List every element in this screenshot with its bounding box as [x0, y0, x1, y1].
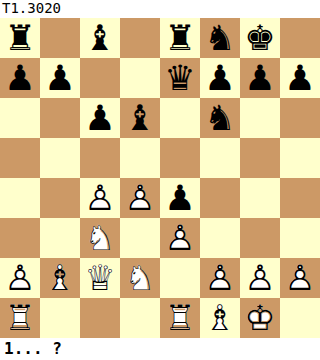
piece-black-pawn-icon: ♟	[240, 58, 280, 98]
square-h7[interactable]: ♟	[280, 58, 320, 98]
square-a2[interactable]: ♟♙	[0, 258, 40, 298]
piece-black-pawn-icon: ♟	[200, 58, 240, 98]
square-e6[interactable]	[160, 98, 200, 138]
piece-white-pawn-icon: ♟♙	[120, 178, 160, 218]
piece-black-pawn-icon: ♟	[40, 58, 80, 98]
square-g8[interactable]: ♚	[240, 18, 280, 58]
square-c5[interactable]	[80, 138, 120, 178]
piece-white-rook-icon: ♜♖	[160, 298, 200, 338]
piece-black-king-icon: ♚	[240, 18, 280, 58]
square-g3[interactable]	[240, 218, 280, 258]
square-f1[interactable]: ♝♗	[200, 298, 240, 338]
piece-white-pawn-icon: ♟♙	[80, 178, 120, 218]
square-e4[interactable]: ♟	[160, 178, 200, 218]
square-f5[interactable]	[200, 138, 240, 178]
square-a8[interactable]: ♜	[0, 18, 40, 58]
square-b3[interactable]	[40, 218, 80, 258]
square-c4[interactable]: ♟♙	[80, 178, 120, 218]
square-a7[interactable]: ♟	[0, 58, 40, 98]
piece-black-rook-icon: ♜	[0, 18, 40, 58]
piece-black-bishop-icon: ♝	[80, 18, 120, 58]
square-e1[interactable]: ♜♖	[160, 298, 200, 338]
square-f4[interactable]	[200, 178, 240, 218]
piece-white-bishop-icon: ♝♗	[40, 258, 80, 298]
square-g4[interactable]	[240, 178, 280, 218]
square-h6[interactable]	[280, 98, 320, 138]
square-c6[interactable]: ♟	[80, 98, 120, 138]
square-c2[interactable]: ♛♕	[80, 258, 120, 298]
square-d6[interactable]: ♝	[120, 98, 160, 138]
piece-white-queen-icon: ♛♕	[80, 258, 120, 298]
square-a5[interactable]	[0, 138, 40, 178]
piece-white-pawn-icon: ♟♙	[280, 258, 320, 298]
square-b5[interactable]	[40, 138, 80, 178]
square-f3[interactable]	[200, 218, 240, 258]
square-b2[interactable]: ♝♗	[40, 258, 80, 298]
chess-board: ♜♝♜♞♚♟♟♛♟♟♟♟♝♞♟♙♟♙♟♞♘♟♙♟♙♝♗♛♕♞♘♟♙♟♙♟♙♜♖♜…	[0, 18, 320, 338]
piece-white-pawn-icon: ♟♙	[200, 258, 240, 298]
square-g5[interactable]	[240, 138, 280, 178]
square-g7[interactable]: ♟	[240, 58, 280, 98]
piece-black-queen-icon: ♛	[160, 58, 200, 98]
square-a4[interactable]	[0, 178, 40, 218]
square-e2[interactable]	[160, 258, 200, 298]
square-b6[interactable]	[40, 98, 80, 138]
square-e8[interactable]: ♜	[160, 18, 200, 58]
square-h3[interactable]	[280, 218, 320, 258]
square-f6[interactable]: ♞	[200, 98, 240, 138]
square-h4[interactable]	[280, 178, 320, 218]
square-h8[interactable]	[280, 18, 320, 58]
piece-white-rook-icon: ♜♖	[0, 298, 40, 338]
square-d5[interactable]	[120, 138, 160, 178]
piece-black-bishop-icon: ♝	[120, 98, 160, 138]
square-b1[interactable]	[40, 298, 80, 338]
puzzle-window: T1.3020 ♜♝♜♞♚♟♟♛♟♟♟♟♝♞♟♙♟♙♟♞♘♟♙♟♙♝♗♛♕♞♘♟…	[0, 0, 320, 360]
square-f8[interactable]: ♞	[200, 18, 240, 58]
piece-black-knight-icon: ♞	[200, 98, 240, 138]
square-e7[interactable]: ♛	[160, 58, 200, 98]
square-c1[interactable]	[80, 298, 120, 338]
square-d4[interactable]: ♟♙	[120, 178, 160, 218]
piece-white-knight-icon: ♞♘	[120, 258, 160, 298]
square-b8[interactable]	[40, 18, 80, 58]
piece-black-pawn-icon: ♟	[80, 98, 120, 138]
square-a3[interactable]	[0, 218, 40, 258]
square-f2[interactable]: ♟♙	[200, 258, 240, 298]
piece-black-rook-icon: ♜	[160, 18, 200, 58]
square-d7[interactable]	[120, 58, 160, 98]
square-e3[interactable]: ♟♙	[160, 218, 200, 258]
square-b7[interactable]: ♟	[40, 58, 80, 98]
square-g1[interactable]: ♚♔	[240, 298, 280, 338]
square-d2[interactable]: ♞♘	[120, 258, 160, 298]
square-c7[interactable]	[80, 58, 120, 98]
square-g6[interactable]	[240, 98, 280, 138]
puzzle-id: T1.3020	[0, 0, 320, 18]
square-d1[interactable]	[120, 298, 160, 338]
piece-black-knight-icon: ♞	[200, 18, 240, 58]
square-h2[interactable]: ♟♙	[280, 258, 320, 298]
square-a1[interactable]: ♜♖	[0, 298, 40, 338]
square-h5[interactable]	[280, 138, 320, 178]
square-c8[interactable]: ♝	[80, 18, 120, 58]
piece-white-pawn-icon: ♟♙	[160, 218, 200, 258]
piece-white-bishop-icon: ♝♗	[200, 298, 240, 338]
piece-white-pawn-icon: ♟♙	[0, 258, 40, 298]
piece-black-pawn-icon: ♟	[0, 58, 40, 98]
square-a6[interactable]	[0, 98, 40, 138]
move-prompt: 1... ?	[0, 338, 320, 360]
square-e5[interactable]	[160, 138, 200, 178]
square-d3[interactable]	[120, 218, 160, 258]
piece-black-pawn-icon: ♟	[280, 58, 320, 98]
square-b4[interactable]	[40, 178, 80, 218]
piece-white-knight-icon: ♞♘	[80, 218, 120, 258]
square-g2[interactable]: ♟♙	[240, 258, 280, 298]
piece-black-pawn-icon: ♟	[160, 178, 200, 218]
square-d8[interactable]	[120, 18, 160, 58]
square-h1[interactable]	[280, 298, 320, 338]
piece-white-pawn-icon: ♟♙	[240, 258, 280, 298]
piece-white-king-icon: ♚♔	[240, 298, 280, 338]
square-f7[interactable]: ♟	[200, 58, 240, 98]
square-c3[interactable]: ♞♘	[80, 218, 120, 258]
